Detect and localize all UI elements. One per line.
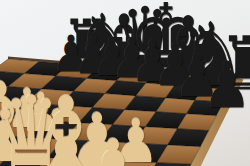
chess-photo-scene: ♜♞♝♛♟♚♟♝♟♟♟♞♟♜♟♟♟♟♝♟♟♛♝♟ bbox=[0, 0, 250, 166]
piece-black-pawn-h7[interactable]: ♟ bbox=[202, 53, 250, 117]
pieces-layer: ♜♞♝♛♟♚♟♝♟♟♟♞♟♜♟♟♟♟♝♟♟♛♝♟ bbox=[0, 0, 250, 166]
piece-white-pawn-d2[interactable]: ♟ bbox=[80, 128, 146, 166]
